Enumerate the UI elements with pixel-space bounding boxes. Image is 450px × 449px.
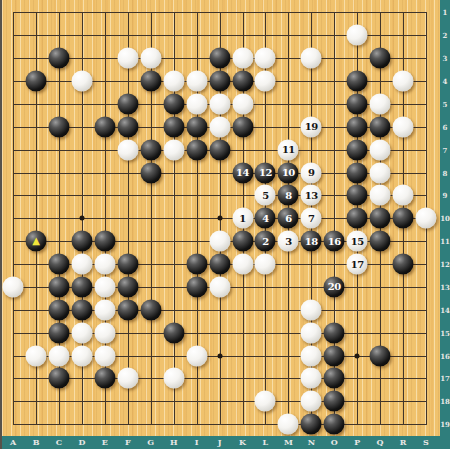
move-number-19: 19 (305, 122, 318, 132)
grid-line-horizontal (13, 378, 427, 379)
column-label-N: N (308, 437, 315, 447)
stone-C6 (49, 116, 70, 137)
stone-L4 (255, 71, 276, 92)
grid-line-horizontal (13, 401, 427, 402)
triangle-marker-icon: ▲ (32, 236, 40, 246)
row-label-14: 14 (440, 305, 450, 314)
move-number-13: 13 (305, 190, 318, 200)
stone-G3 (140, 48, 161, 69)
stone-N9: 13 (301, 185, 322, 206)
grid-line-horizontal (13, 424, 427, 425)
stone-H15 (163, 322, 184, 343)
stone-K11 (232, 231, 253, 252)
stone-R6 (393, 116, 414, 137)
stone-P2 (347, 25, 368, 46)
stone-R4 (393, 71, 414, 92)
stone-O16 (324, 345, 345, 366)
stone-L12 (255, 254, 276, 275)
stone-B11: ▲ (26, 231, 47, 252)
row-label-7: 7 (443, 145, 448, 154)
stone-Q11 (370, 231, 391, 252)
row-label-5: 5 (443, 99, 448, 108)
stone-F5 (117, 93, 138, 114)
row-label-17: 17 (440, 374, 450, 383)
move-number-18: 18 (305, 236, 318, 246)
row-label-16: 16 (440, 351, 450, 360)
stone-C12 (49, 254, 70, 275)
star-point (79, 216, 84, 221)
stone-D15 (71, 322, 92, 343)
stone-P9 (347, 185, 368, 206)
star-point (355, 353, 360, 358)
column-label-O: O (331, 437, 338, 447)
column-label-A: A (10, 437, 16, 447)
stone-N11: 18 (301, 231, 322, 252)
stone-E14 (94, 299, 115, 320)
column-label-S: S (423, 437, 429, 447)
move-number-3: 3 (285, 236, 291, 246)
stone-O18 (324, 391, 345, 412)
stone-R12 (393, 254, 414, 275)
move-number-20: 20 (328, 282, 341, 292)
row-coordinate-strip: 12345678910111213141516171819 (440, 0, 450, 449)
stone-I13 (186, 276, 207, 297)
stone-F3 (117, 48, 138, 69)
stone-N10: 7 (301, 208, 322, 229)
stone-I16 (186, 345, 207, 366)
stone-P4 (347, 71, 368, 92)
column-label-L: L (263, 437, 269, 447)
stone-K4 (232, 71, 253, 92)
stone-F7 (117, 139, 138, 160)
stone-Q7 (370, 139, 391, 160)
stone-D12 (71, 254, 92, 275)
stone-C17 (49, 368, 70, 389)
column-label-Q: Q (377, 437, 384, 447)
stone-L9: 5 (255, 185, 276, 206)
stone-N17 (301, 368, 322, 389)
column-label-B: B (33, 437, 40, 447)
stone-P5 (347, 93, 368, 114)
stone-P6 (347, 116, 368, 137)
column-label-D: D (79, 437, 86, 447)
stone-F17 (117, 368, 138, 389)
stone-P11: 15 (347, 231, 368, 252)
stone-M8: 10 (278, 162, 299, 183)
stone-J12 (209, 254, 230, 275)
stone-D4 (71, 71, 92, 92)
stone-P10 (347, 208, 368, 229)
row-label-13: 13 (440, 282, 450, 291)
row-label-3: 3 (443, 54, 448, 63)
stone-J13 (209, 276, 230, 297)
stone-F6 (117, 116, 138, 137)
stone-C3 (49, 48, 70, 69)
stone-F13 (117, 276, 138, 297)
go-app-window: 1911141210958131467▲231816151720 1234567… (0, 0, 450, 449)
column-label-F: F (125, 437, 131, 447)
move-number-11: 11 (282, 145, 295, 155)
stone-J4 (209, 71, 230, 92)
move-number-5: 5 (262, 190, 268, 200)
move-number-6: 6 (285, 213, 291, 223)
stone-L10: 4 (255, 208, 276, 229)
move-number-9: 9 (308, 168, 314, 178)
stone-N3 (301, 48, 322, 69)
stone-D11 (71, 231, 92, 252)
stone-D14 (71, 299, 92, 320)
row-label-1: 1 (443, 8, 448, 17)
row-label-6: 6 (443, 122, 448, 131)
stone-P12: 17 (347, 254, 368, 275)
stone-E13 (94, 276, 115, 297)
stone-E15 (94, 322, 115, 343)
stone-Q8 (370, 162, 391, 183)
stone-O15 (324, 322, 345, 343)
row-label-18: 18 (440, 397, 450, 406)
stone-B16 (26, 345, 47, 366)
stone-E16 (94, 345, 115, 366)
stone-M10: 6 (278, 208, 299, 229)
row-label-9: 9 (443, 191, 448, 200)
column-label-J: J (218, 437, 222, 447)
stone-A13 (3, 276, 24, 297)
stone-O17 (324, 368, 345, 389)
stone-Q6 (370, 116, 391, 137)
row-label-4: 4 (443, 77, 448, 86)
move-number-15: 15 (351, 236, 364, 246)
move-number-7: 7 (308, 213, 314, 223)
stone-G14 (140, 299, 161, 320)
stone-K10: 1 (232, 208, 253, 229)
column-label-C: C (56, 437, 62, 447)
stone-N16 (301, 345, 322, 366)
stone-D13 (71, 276, 92, 297)
stone-M9: 8 (278, 185, 299, 206)
stone-C13 (49, 276, 70, 297)
stone-Q3 (370, 48, 391, 69)
stone-H6 (163, 116, 184, 137)
stone-L11: 2 (255, 231, 276, 252)
column-label-G: G (147, 437, 154, 447)
stone-H5 (163, 93, 184, 114)
stone-O11: 16 (324, 231, 345, 252)
stone-O19 (324, 414, 345, 435)
stone-L8: 12 (255, 162, 276, 183)
move-number-8: 8 (285, 190, 291, 200)
stone-H4 (163, 71, 184, 92)
row-label-12: 12 (440, 260, 450, 269)
stone-S10 (415, 208, 436, 229)
stone-J7 (209, 139, 230, 160)
move-number-17: 17 (351, 259, 364, 269)
stone-R9 (393, 185, 414, 206)
stone-M19 (278, 414, 299, 435)
stone-N8: 9 (301, 162, 322, 183)
move-number-1: 1 (239, 213, 245, 223)
stone-C16 (49, 345, 70, 366)
stone-Q9 (370, 185, 391, 206)
stone-Q16 (370, 345, 391, 366)
row-label-11: 11 (440, 237, 450, 246)
stone-O13: 20 (324, 276, 345, 297)
stone-L18 (255, 391, 276, 412)
column-coordinate-strip: ABCDEFGHIJKLMNOPQRS (2, 436, 450, 449)
stone-H7 (163, 139, 184, 160)
stone-M11: 3 (278, 231, 299, 252)
stone-J11 (209, 231, 230, 252)
stone-H17 (163, 368, 184, 389)
move-number-10: 10 (282, 168, 295, 178)
stone-I12 (186, 254, 207, 275)
stone-C15 (49, 322, 70, 343)
column-label-K: K (239, 437, 246, 447)
stone-E17 (94, 368, 115, 389)
stone-J3 (209, 48, 230, 69)
stone-E11 (94, 231, 115, 252)
stone-E6 (94, 116, 115, 137)
column-label-H: H (170, 437, 178, 447)
stone-I4 (186, 71, 207, 92)
stone-R10 (393, 208, 414, 229)
stone-Q5 (370, 93, 391, 114)
column-label-E: E (102, 437, 108, 447)
stone-N18 (301, 391, 322, 412)
row-label-15: 15 (440, 328, 450, 337)
stone-M7: 11 (278, 139, 299, 160)
stone-N14 (301, 299, 322, 320)
stone-P8 (347, 162, 368, 183)
stone-I7 (186, 139, 207, 160)
move-number-2: 2 (262, 236, 268, 246)
stone-L3 (255, 48, 276, 69)
stone-J6 (209, 116, 230, 137)
stone-J5 (209, 93, 230, 114)
move-number-4: 4 (262, 213, 268, 223)
stone-I5 (186, 93, 207, 114)
stone-E12 (94, 254, 115, 275)
stone-I6 (186, 116, 207, 137)
stone-C14 (49, 299, 70, 320)
star-point (217, 216, 222, 221)
stone-G4 (140, 71, 161, 92)
column-label-R: R (400, 437, 407, 447)
stone-K3 (232, 48, 253, 69)
move-number-16: 16 (328, 236, 341, 246)
stone-K12 (232, 254, 253, 275)
stone-B4 (26, 71, 47, 92)
stone-N15 (301, 322, 322, 343)
column-label-M: M (284, 437, 293, 447)
stone-G8 (140, 162, 161, 183)
stone-K5 (232, 93, 253, 114)
star-point (217, 353, 222, 358)
stone-P7 (347, 139, 368, 160)
column-label-P: P (354, 437, 360, 447)
stone-N19 (301, 414, 322, 435)
stone-K6 (232, 116, 253, 137)
row-label-10: 10 (440, 214, 450, 223)
stone-D16 (71, 345, 92, 366)
stone-F12 (117, 254, 138, 275)
stone-F14 (117, 299, 138, 320)
stone-G7 (140, 139, 161, 160)
stone-K8: 14 (232, 162, 253, 183)
row-label-8: 8 (443, 168, 448, 177)
move-number-14: 14 (236, 168, 249, 178)
row-label-19: 19 (440, 420, 450, 429)
stone-N6: 19 (301, 116, 322, 137)
column-label-I: I (195, 437, 199, 447)
row-label-2: 2 (443, 31, 448, 40)
move-number-12: 12 (259, 168, 272, 178)
stone-Q10 (370, 208, 391, 229)
